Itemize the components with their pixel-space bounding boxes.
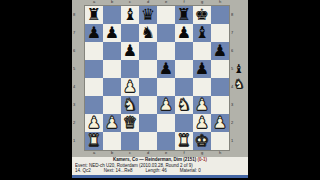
piece-black-pawn: ♟	[123, 42, 137, 60]
piece-white-pawn: ♟	[195, 96, 209, 114]
square-f5[interactable]	[175, 60, 193, 78]
file-labels-top: abcdefgh	[85, 0, 229, 5]
piece-black-queen: ♛	[141, 6, 155, 24]
square-h6[interactable]: ♟	[211, 42, 229, 60]
file-label-h: h	[211, 0, 229, 5]
piece-white-rook: ♜	[87, 132, 101, 150]
square-f2[interactable]	[175, 114, 193, 132]
players-line: Kamers, Co — Reinderman, Dim (2151) (0-1…	[72, 157, 248, 163]
black-bishop-icon: ♝	[231, 62, 247, 77]
file-label-g: g	[193, 150, 211, 156]
square-b1[interactable]	[103, 132, 121, 150]
file-label-a: a	[85, 150, 103, 156]
piece-white-rook: ♜	[177, 132, 191, 150]
rank-label-5: 5	[73, 60, 85, 78]
rank-label-2: 2	[73, 114, 85, 132]
square-h8[interactable]	[211, 6, 229, 24]
square-h5[interactable]	[211, 60, 229, 78]
square-d1[interactable]	[139, 132, 157, 150]
square-c1[interactable]	[121, 132, 139, 150]
file-label-c: c	[121, 150, 139, 156]
white-knight-icon: ♞	[231, 77, 247, 92]
square-e8[interactable]	[157, 6, 175, 24]
piece-black-pawn: ♟	[177, 24, 191, 42]
next-move: Next: 14...Re8	[104, 168, 133, 174]
rank-label-1: 1	[231, 132, 243, 150]
square-e1[interactable]	[157, 132, 175, 150]
square-e5[interactable]: ♟	[157, 60, 175, 78]
piece-black-pawn: ♟	[105, 24, 119, 42]
square-g2[interactable]: ♟	[193, 114, 211, 132]
square-d4[interactable]	[139, 78, 157, 96]
file-labels-bottom: abcdefgh	[85, 150, 229, 156]
square-d8[interactable]: ♛	[139, 6, 157, 24]
piece-black-rook: ♜	[177, 6, 191, 24]
square-h3[interactable]	[211, 96, 229, 114]
piece-white-pawn: ♟	[87, 114, 101, 132]
file-label-g: g	[193, 0, 211, 5]
rank-label-1: 1	[73, 132, 85, 150]
square-d3[interactable]	[139, 96, 157, 114]
rank-label-8: 8	[73, 6, 85, 24]
piece-black-knight: ♞	[141, 24, 155, 42]
piece-black-pawn: ♟	[87, 24, 101, 42]
file-label-f: f	[175, 0, 193, 5]
rank-label-4: 4	[73, 78, 85, 96]
square-g1[interactable]: ♚	[193, 132, 211, 150]
square-g4[interactable]	[193, 78, 211, 96]
square-f7[interactable]: ♟	[175, 24, 193, 42]
bottom-divider	[72, 178, 248, 180]
piece-white-pawn: ♟	[195, 114, 209, 132]
square-g7[interactable]: ♝	[193, 24, 211, 42]
piece-white-knight: ♞	[177, 96, 191, 114]
rank-label-8: 8	[231, 6, 243, 24]
square-e3[interactable]: ♟	[157, 96, 175, 114]
last-move: 14. Qc2	[75, 168, 91, 174]
square-c6[interactable]: ♟	[121, 42, 139, 60]
square-a2[interactable]: ♟	[85, 114, 103, 132]
rank-labels-left: 87654321	[73, 6, 85, 150]
square-a8[interactable]: ♜	[85, 6, 103, 24]
file-label-a: a	[85, 0, 103, 5]
square-e4[interactable]	[157, 78, 175, 96]
square-a3[interactable]	[85, 96, 103, 114]
letterbox-right	[248, 0, 320, 180]
rank-label-6: 6	[231, 42, 243, 60]
square-c7[interactable]	[121, 24, 139, 42]
square-c4[interactable]: ♟	[121, 78, 139, 96]
square-b4[interactable]	[103, 78, 121, 96]
piece-black-pawn: ♟	[195, 60, 209, 78]
piece-white-queen: ♛	[123, 114, 137, 132]
chess-gui: abcdefgh abcdefgh 87654321 87654321 ♜♝♛♜…	[72, 0, 248, 180]
chess-board[interactable]: ♜♝♛♜♚♟♟♞♟♝♟♟♟♟♟♞♟♞♟♟♟♛♟♟♜♜♚	[85, 6, 229, 150]
piece-white-pawn: ♟	[105, 114, 119, 132]
square-a7[interactable]: ♟	[85, 24, 103, 42]
square-g5[interactable]: ♟	[193, 60, 211, 78]
square-d7[interactable]: ♞	[139, 24, 157, 42]
square-d2[interactable]	[139, 114, 157, 132]
piece-black-pawn: ♟	[213, 42, 227, 60]
square-f8[interactable]: ♜	[175, 6, 193, 24]
square-c2[interactable]: ♛	[121, 114, 139, 132]
square-d6[interactable]	[139, 42, 157, 60]
rank-label-6: 6	[73, 42, 85, 60]
video-frame: abcdefgh abcdefgh 87654321 87654321 ♜♝♛♜…	[0, 0, 320, 180]
square-a5[interactable]	[85, 60, 103, 78]
square-f3[interactable]: ♞	[175, 96, 193, 114]
square-a1[interactable]: ♜	[85, 132, 103, 150]
square-g3[interactable]: ♟	[193, 96, 211, 114]
piece-black-bishop: ♝	[123, 6, 137, 24]
rank-label-3: 3	[73, 96, 85, 114]
file-label-d: d	[139, 0, 157, 5]
square-h7[interactable]	[211, 24, 229, 42]
piece-white-pawn: ♟	[213, 114, 227, 132]
rank-label-7: 7	[73, 24, 85, 42]
rank-label-7: 7	[231, 24, 243, 42]
square-c3[interactable]: ♞	[121, 96, 139, 114]
file-label-h: h	[211, 150, 229, 156]
file-label-b: b	[103, 150, 121, 156]
square-b8[interactable]	[103, 6, 121, 24]
square-d5[interactable]	[139, 60, 157, 78]
file-label-e: e	[157, 0, 175, 5]
piece-white-pawn: ♟	[123, 78, 137, 96]
material-balance: Material: 0	[180, 168, 201, 174]
square-f4[interactable]	[175, 78, 193, 96]
square-e7[interactable]	[157, 24, 175, 42]
square-g8[interactable]: ♚	[193, 6, 211, 24]
file-label-d: d	[139, 150, 157, 156]
status-panel: Kamers, Co — Reinderman, Dim (2151) (0-1…	[72, 157, 248, 175]
rank-label-3: 3	[231, 96, 243, 114]
square-f6[interactable]	[175, 42, 193, 60]
square-b3[interactable]	[103, 96, 121, 114]
square-h2[interactable]: ♟	[211, 114, 229, 132]
square-h4[interactable]	[211, 78, 229, 96]
rank-label-2: 2	[231, 114, 243, 132]
players-names: Kamers, Co — Reinderman, Dim (2151)	[113, 157, 196, 162]
square-f1[interactable]: ♜	[175, 132, 193, 150]
square-g6[interactable]	[193, 42, 211, 60]
square-b6[interactable]	[103, 42, 121, 60]
file-label-c: c	[121, 0, 139, 5]
square-b5[interactable]	[103, 60, 121, 78]
piece-black-bishop: ♝	[195, 24, 209, 42]
game-result: (0-1)	[198, 157, 208, 162]
material-tray: ♝ ♞	[231, 62, 247, 92]
square-c8[interactable]: ♝	[121, 6, 139, 24]
piece-white-pawn: ♟	[159, 96, 173, 114]
square-e6[interactable]	[157, 42, 175, 60]
piece-black-pawn: ♟	[159, 60, 173, 78]
square-b7[interactable]: ♟	[103, 24, 121, 42]
piece-black-rook: ♜	[87, 6, 101, 24]
square-e2[interactable]	[157, 114, 175, 132]
game-length: Length: 46	[146, 168, 167, 174]
piece-white-knight: ♞	[123, 96, 137, 114]
file-label-e: e	[157, 150, 175, 156]
letterbox-left	[0, 0, 72, 180]
square-a4[interactable]	[85, 78, 103, 96]
square-h1[interactable]	[211, 132, 229, 150]
piece-white-king: ♚	[195, 132, 209, 150]
file-label-b: b	[103, 0, 121, 5]
square-b2[interactable]: ♟	[103, 114, 121, 132]
piece-black-king: ♚	[195, 6, 209, 24]
square-c5[interactable]	[121, 60, 139, 78]
file-label-f: f	[175, 150, 193, 156]
square-a6[interactable]	[85, 42, 103, 60]
move-info-line: 14. Qc2 Next: 14...Re8 Length: 46 Materi…	[75, 168, 248, 174]
